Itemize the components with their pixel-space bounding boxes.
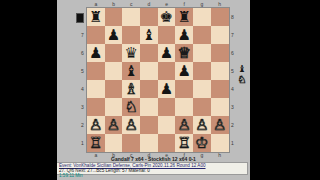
white-pawn: ♙ xyxy=(195,116,208,134)
square-d4 xyxy=(140,80,158,98)
rank-label-8: 8 xyxy=(231,8,234,26)
rank-label-4: 4 xyxy=(231,80,234,98)
rank-label-3: 3 xyxy=(81,98,84,116)
square-b2: ♙ xyxy=(105,116,123,134)
white-bishop: ♗ xyxy=(124,80,137,98)
square-a3 xyxy=(87,98,105,116)
rank-label-5: 5 xyxy=(231,62,234,80)
file-label-d: d xyxy=(140,1,158,7)
square-c7 xyxy=(122,26,140,44)
square-f1: ♖ xyxy=(175,134,193,152)
rank-label-5: 5 xyxy=(81,62,84,80)
square-e1 xyxy=(158,134,176,152)
square-g8 xyxy=(193,8,211,26)
square-e3 xyxy=(158,98,176,116)
white-rook: ♖ xyxy=(89,134,102,152)
white-king: ♔ xyxy=(195,134,208,152)
square-b7: ♟ xyxy=(105,26,123,44)
square-c5: ♝ xyxy=(122,62,140,80)
square-e6: ♟ xyxy=(158,44,176,62)
square-b5 xyxy=(105,62,123,80)
square-g7 xyxy=(193,26,211,44)
square-h3 xyxy=(211,98,229,116)
square-h4 xyxy=(211,80,229,98)
square-g1: ♔ xyxy=(193,134,211,152)
white-queen: ♕ xyxy=(178,44,191,62)
square-d6 xyxy=(140,44,158,62)
black-pawn: ♟ xyxy=(107,26,120,44)
square-c6: ♛ xyxy=(122,44,140,62)
file-labels-top: abcdefgh xyxy=(87,1,229,7)
square-c8 xyxy=(122,8,140,26)
square-e2 xyxy=(158,116,176,134)
square-d2 xyxy=(140,116,158,134)
square-g5 xyxy=(193,62,211,80)
file-label-e: e xyxy=(158,1,176,7)
square-b1 xyxy=(105,134,123,152)
square-c2: ♙ xyxy=(122,116,140,134)
square-f2: ♙ xyxy=(175,116,193,134)
captured-black-bishop-icon: ♝ xyxy=(238,63,247,74)
white-pawn: ♙ xyxy=(89,116,102,134)
file-label-h: h xyxy=(211,1,229,7)
square-d5 xyxy=(140,62,158,80)
square-c1 xyxy=(122,134,140,152)
black-pawn: ♟ xyxy=(160,80,173,98)
rank-label-6: 6 xyxy=(81,44,84,62)
diagram-panel: abcdefgh abcdefgh 87654321 87654321 ♜♚♜♟… xyxy=(57,0,250,180)
square-b8 xyxy=(105,8,123,26)
square-h8 xyxy=(211,8,229,26)
square-g2: ♙ xyxy=(193,116,211,134)
captured-white-knight-icon: ♘ xyxy=(238,74,247,85)
square-f6: ♕ xyxy=(175,44,193,62)
rank-label-4: 4 xyxy=(81,80,84,98)
white-pawn: ♙ xyxy=(213,116,226,134)
square-f7: ♟ xyxy=(175,26,193,44)
black-pawn: ♟ xyxy=(178,26,191,44)
square-b4 xyxy=(105,80,123,98)
square-b3 xyxy=(105,98,123,116)
square-f4 xyxy=(175,80,193,98)
square-f5: ♟ xyxy=(175,62,193,80)
rank-label-6: 6 xyxy=(231,44,234,62)
chess-board: ♜♚♜♟♝♟♟♛♟♕♝♟♗♟♘♙♙♙♙♙♙♖♖♔ xyxy=(87,8,229,152)
rank-label-7: 7 xyxy=(81,26,84,44)
square-h1 xyxy=(211,134,229,152)
rank-labels-right: 87654321 xyxy=(231,8,234,152)
square-h7 xyxy=(211,26,229,44)
square-c3: ♘ xyxy=(122,98,140,116)
white-pawn: ♙ xyxy=(124,116,137,134)
square-a1: ♖ xyxy=(87,134,105,152)
square-a2: ♙ xyxy=(87,116,105,134)
file-label-b: b xyxy=(105,1,123,7)
white-pawn: ♙ xyxy=(178,116,191,134)
square-b6 xyxy=(105,44,123,62)
square-e7 xyxy=(158,26,176,44)
square-g6 xyxy=(193,44,211,62)
square-a6: ♟ xyxy=(87,44,105,62)
square-c4: ♗ xyxy=(122,80,140,98)
black-pawn: ♟ xyxy=(89,44,102,62)
square-d7: ♝ xyxy=(140,26,158,44)
thumbnail-canvas: { "game": "chess", "position": { "fen": … xyxy=(0,0,320,180)
black-queen: ♛ xyxy=(124,44,137,62)
rank-label-1: 1 xyxy=(231,134,234,152)
rank-label-3: 3 xyxy=(231,98,234,116)
white-knight: ♘ xyxy=(124,98,137,116)
square-a4 xyxy=(87,80,105,98)
square-g4 xyxy=(193,80,211,98)
file-label-c: c xyxy=(122,1,140,7)
square-h5 xyxy=(211,62,229,80)
square-g3 xyxy=(193,98,211,116)
rank-label-1: 1 xyxy=(81,134,84,152)
black-bishop: ♝ xyxy=(124,62,137,80)
side-to-move-indicator xyxy=(76,13,84,23)
square-d8 xyxy=(140,8,158,26)
square-a7 xyxy=(87,26,105,44)
square-f3 xyxy=(175,98,193,116)
square-e4: ♟ xyxy=(158,80,176,98)
square-f8: ♜ xyxy=(175,8,193,26)
file-label-f: f xyxy=(175,1,193,7)
file-label-a: a xyxy=(87,1,105,7)
move-line: 27. Qf6 Next: 27...Bc5 Length: 57 Materi… xyxy=(59,169,247,174)
square-a8: ♜ xyxy=(87,8,105,26)
rank-label-7: 7 xyxy=(231,26,234,44)
square-d3 xyxy=(140,98,158,116)
rank-label-2: 2 xyxy=(81,116,84,134)
file-label-g: g xyxy=(193,1,211,7)
white-pawn: ♙ xyxy=(107,116,120,134)
square-d1 xyxy=(140,134,158,152)
square-h6 xyxy=(211,44,229,62)
rank-label-2: 2 xyxy=(231,116,234,134)
square-e5 xyxy=(158,62,176,80)
square-e8: ♚ xyxy=(158,8,176,26)
rank-labels-left: 87654321 xyxy=(81,8,84,152)
black-king: ♚ xyxy=(160,8,173,26)
black-rook: ♜ xyxy=(89,8,102,26)
black-pawn: ♟ xyxy=(178,62,191,80)
white-rook: ♖ xyxy=(178,134,191,152)
material-tray: ♝ ♘ xyxy=(235,63,249,85)
square-h2: ♙ xyxy=(211,116,229,134)
black-rook: ♜ xyxy=(178,8,191,26)
time-line: 1:59:11 Min xyxy=(59,174,247,179)
square-a5 xyxy=(87,62,105,80)
caption-box: Event: VonKhalde Sicilian Defense, Carls… xyxy=(57,162,248,175)
black-pawn: ♟ xyxy=(160,44,173,62)
black-bishop: ♝ xyxy=(142,26,155,44)
